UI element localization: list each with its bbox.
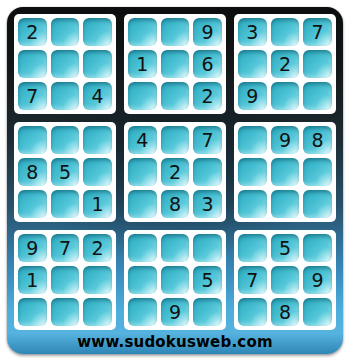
cell-r5c2[interactable]: 5 bbox=[51, 158, 80, 186]
sudoku-page: 2749162372985147283989721595798 www.sudo… bbox=[0, 0, 350, 360]
cell-r6c9[interactable] bbox=[303, 190, 332, 218]
cell-r2c2[interactable] bbox=[51, 50, 80, 78]
cell-r8c8[interactable] bbox=[271, 266, 300, 294]
cell-r9c2[interactable] bbox=[51, 298, 80, 326]
cell-r6c7[interactable] bbox=[238, 190, 267, 218]
cell-r2c7[interactable] bbox=[238, 50, 267, 78]
cell-r4c7[interactable] bbox=[238, 126, 267, 154]
cell-r1c4[interactable] bbox=[128, 18, 157, 46]
cell-r1c5[interactable] bbox=[161, 18, 190, 46]
cell-r9c7[interactable] bbox=[238, 298, 267, 326]
box-3-1: 9721 bbox=[14, 230, 116, 330]
box-2-1: 851 bbox=[14, 122, 116, 222]
cell-r7c3[interactable]: 2 bbox=[83, 234, 112, 262]
cell-r3c1[interactable]: 7 bbox=[18, 82, 47, 110]
cell-r6c1[interactable] bbox=[18, 190, 47, 218]
cell-r4c6[interactable]: 7 bbox=[193, 126, 222, 154]
cell-r9c1[interactable] bbox=[18, 298, 47, 326]
cell-r1c1[interactable]: 2 bbox=[18, 18, 47, 46]
site-link[interactable]: www.sudokusweb.com bbox=[77, 333, 272, 351]
cell-r1c7[interactable]: 3 bbox=[238, 18, 267, 46]
cell-r3c8[interactable] bbox=[271, 82, 300, 110]
cell-r8c7[interactable]: 7 bbox=[238, 266, 267, 294]
cell-r6c3[interactable]: 1 bbox=[83, 190, 112, 218]
cell-r1c2[interactable] bbox=[51, 18, 80, 46]
cell-r8c3[interactable] bbox=[83, 266, 112, 294]
cell-r1c6[interactable]: 9 bbox=[193, 18, 222, 46]
cell-r4c2[interactable] bbox=[51, 126, 80, 154]
cell-r5c4[interactable] bbox=[128, 158, 157, 186]
cell-r6c4[interactable] bbox=[128, 190, 157, 218]
cell-r4c9[interactable]: 8 bbox=[303, 126, 332, 154]
cell-r7c5[interactable] bbox=[161, 234, 190, 262]
cell-r6c8[interactable] bbox=[271, 190, 300, 218]
board-frame: 2749162372985147283989721595798 www.sudo… bbox=[7, 7, 343, 354]
cell-r5c8[interactable] bbox=[271, 158, 300, 186]
cell-r9c6[interactable] bbox=[193, 298, 222, 326]
cell-r1c3[interactable] bbox=[83, 18, 112, 46]
cell-r5c3[interactable] bbox=[83, 158, 112, 186]
cell-r2c6[interactable]: 6 bbox=[193, 50, 222, 78]
cell-r5c5[interactable]: 2 bbox=[161, 158, 190, 186]
cell-r7c1[interactable]: 9 bbox=[18, 234, 47, 262]
box-1-3: 3729 bbox=[234, 14, 336, 114]
cell-r5c6[interactable] bbox=[193, 158, 222, 186]
cell-r4c1[interactable] bbox=[18, 126, 47, 154]
cell-r7c9[interactable] bbox=[303, 234, 332, 262]
cell-r8c4[interactable] bbox=[128, 266, 157, 294]
cell-r3c7[interactable]: 9 bbox=[238, 82, 267, 110]
cell-r1c9[interactable]: 7 bbox=[303, 18, 332, 46]
cell-r9c4[interactable] bbox=[128, 298, 157, 326]
cell-r7c2[interactable]: 7 bbox=[51, 234, 80, 262]
cell-r8c6[interactable]: 5 bbox=[193, 266, 222, 294]
cell-r8c9[interactable]: 9 bbox=[303, 266, 332, 294]
box-2-2: 47283 bbox=[124, 122, 226, 222]
cell-r2c4[interactable]: 1 bbox=[128, 50, 157, 78]
cell-r4c5[interactable] bbox=[161, 126, 190, 154]
cell-r5c9[interactable] bbox=[303, 158, 332, 186]
cell-r3c2[interactable] bbox=[51, 82, 80, 110]
cell-r6c6[interactable]: 3 bbox=[193, 190, 222, 218]
box-1-1: 274 bbox=[14, 14, 116, 114]
box-3-3: 5798 bbox=[234, 230, 336, 330]
cell-r6c2[interactable] bbox=[51, 190, 80, 218]
cell-r2c5[interactable] bbox=[161, 50, 190, 78]
cell-r3c3[interactable]: 4 bbox=[83, 82, 112, 110]
cell-r2c9[interactable] bbox=[303, 50, 332, 78]
cell-r2c1[interactable] bbox=[18, 50, 47, 78]
cell-r3c4[interactable] bbox=[128, 82, 157, 110]
cell-r4c4[interactable]: 4 bbox=[128, 126, 157, 154]
cell-r9c9[interactable] bbox=[303, 298, 332, 326]
footer-bar: www.sudokusweb.com bbox=[14, 330, 336, 354]
cell-r1c8[interactable] bbox=[271, 18, 300, 46]
cell-r3c5[interactable] bbox=[161, 82, 190, 110]
cell-r3c9[interactable] bbox=[303, 82, 332, 110]
box-3-2: 59 bbox=[124, 230, 226, 330]
cell-r5c7[interactable] bbox=[238, 158, 267, 186]
box-2-3: 98 bbox=[234, 122, 336, 222]
cell-r7c7[interactable] bbox=[238, 234, 267, 262]
cell-r9c5[interactable]: 9 bbox=[161, 298, 190, 326]
box-1-2: 9162 bbox=[124, 14, 226, 114]
cell-r6c5[interactable]: 8 bbox=[161, 190, 190, 218]
cell-r7c6[interactable] bbox=[193, 234, 222, 262]
cell-r4c3[interactable] bbox=[83, 126, 112, 154]
cell-r5c1[interactable]: 8 bbox=[18, 158, 47, 186]
cell-r8c5[interactable] bbox=[161, 266, 190, 294]
cell-r9c3[interactable] bbox=[83, 298, 112, 326]
cell-r8c2[interactable] bbox=[51, 266, 80, 294]
cell-r9c8[interactable]: 8 bbox=[271, 298, 300, 326]
cell-r4c8[interactable]: 9 bbox=[271, 126, 300, 154]
cell-r2c8[interactable]: 2 bbox=[271, 50, 300, 78]
cell-r7c8[interactable]: 5 bbox=[271, 234, 300, 262]
cell-r7c4[interactable] bbox=[128, 234, 157, 262]
cell-r8c1[interactable]: 1 bbox=[18, 266, 47, 294]
cell-r2c3[interactable] bbox=[83, 50, 112, 78]
cell-r3c6[interactable]: 2 bbox=[193, 82, 222, 110]
sudoku-board: 2749162372985147283989721595798 bbox=[14, 14, 336, 330]
